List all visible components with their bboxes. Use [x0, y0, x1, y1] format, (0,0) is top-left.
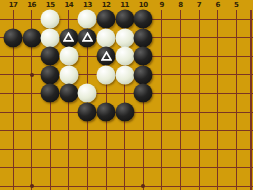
stone-black: [134, 65, 153, 84]
grid-vline: [161, 10, 162, 190]
grid-hline: [0, 167, 253, 168]
stone-black: [97, 103, 116, 122]
grid-vline: [236, 10, 237, 190]
triangle-mark-icon: [82, 32, 93, 42]
stone-black: [41, 84, 60, 103]
grid-hline: [0, 93, 253, 94]
column-label: 13: [83, 1, 92, 9]
column-label: 8: [178, 1, 182, 9]
column-label: 7: [197, 1, 201, 9]
stone-white: [59, 65, 78, 84]
column-label: 9: [160, 1, 164, 9]
stone-white: [115, 65, 134, 84]
stone-black: [134, 10, 153, 29]
grid-hline: [0, 130, 253, 131]
stone-black: [134, 84, 153, 103]
stone-black: [22, 28, 41, 47]
column-label: 16: [27, 1, 36, 9]
stone-black: [115, 103, 134, 122]
grid-vline: [180, 10, 181, 190]
stone-black: [134, 47, 153, 66]
triangle-mark-icon: [63, 32, 74, 42]
stone-white: [41, 10, 60, 29]
triangle-mark-icon: [101, 51, 112, 61]
stone-white: [78, 10, 97, 29]
column-label: 11: [120, 1, 129, 9]
star-point: [30, 73, 34, 77]
stone-black: [97, 47, 116, 66]
stone-black: [41, 65, 60, 84]
grid-vline: [217, 10, 218, 190]
board-crop-edge: [250, 10, 252, 190]
stone-white: [97, 65, 116, 84]
go-board[interactable]: 171615141312111098765: [0, 0, 253, 190]
column-label: 15: [46, 1, 55, 9]
column-label: 6: [215, 1, 219, 9]
stone-white: [115, 47, 134, 66]
grid-hline: [0, 149, 253, 150]
stone-black: [78, 28, 97, 47]
stone-black: [59, 84, 78, 103]
column-label: 10: [139, 1, 148, 9]
stone-white: [115, 28, 134, 47]
stone-black: [78, 103, 97, 122]
column-label: 14: [64, 1, 73, 9]
stone-black: [97, 10, 116, 29]
stone-white: [78, 84, 97, 103]
stone-black: [115, 10, 134, 29]
column-label: 5: [234, 1, 238, 9]
stone-black: [4, 28, 23, 47]
stone-white: [41, 28, 60, 47]
column-label: 17: [9, 1, 18, 9]
stone-white: [97, 28, 116, 47]
stone-white: [59, 47, 78, 66]
stone-black: [59, 28, 78, 47]
grid-vline: [199, 10, 200, 190]
grid-hline: [0, 186, 253, 187]
stone-black: [134, 28, 153, 47]
column-label: 12: [102, 1, 111, 9]
star-point: [141, 184, 145, 188]
stone-black: [41, 47, 60, 66]
star-point: [30, 184, 34, 188]
